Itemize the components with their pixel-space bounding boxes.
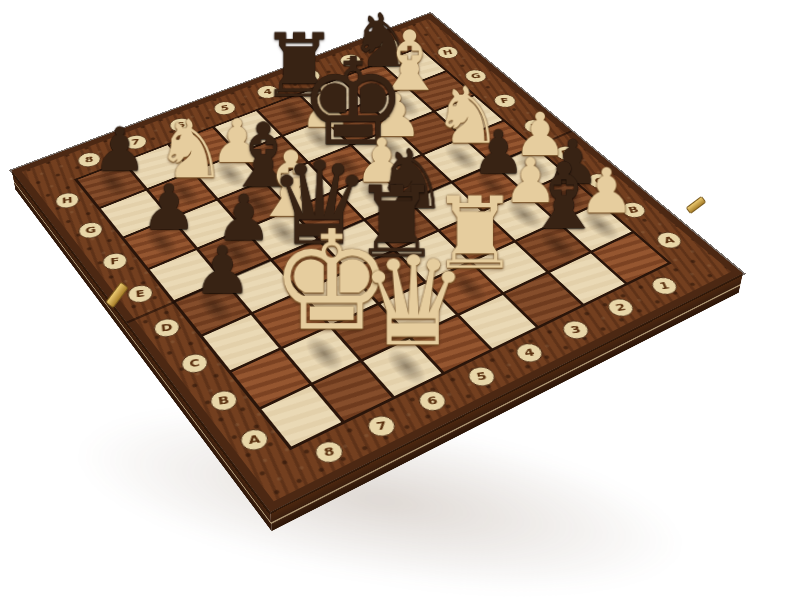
brass-clasp (686, 196, 707, 214)
piece-black-pawn[interactable]: ♟ (190, 238, 256, 304)
piece-black-bishop[interactable]: ♝ (518, 151, 609, 242)
piece-white-queen[interactable]: ♛ (352, 240, 475, 363)
piece-black-pawn[interactable]: ♟ (137, 176, 200, 239)
chess-photo-stage: AABBCCDDEEFFGGHH8877665544332211♚♛♜♝♝♞♞♟… (0, 0, 800, 600)
